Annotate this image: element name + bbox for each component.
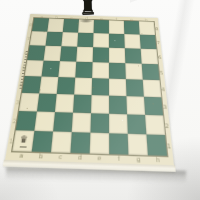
square-e4 <box>92 78 109 96</box>
square-h2 <box>145 115 165 135</box>
square-f3 <box>109 96 127 115</box>
black-rook-piece: ♜ <box>79 0 97 18</box>
square-b8 <box>47 18 64 32</box>
file-label-b: b <box>30 152 51 162</box>
file-label-a: a <box>34 14 49 18</box>
file-label-f: f <box>109 17 124 21</box>
vinyl-speckle-texture <box>30 14 31 15</box>
square-g8 <box>124 21 140 35</box>
square-e2 <box>90 113 109 133</box>
square-c5 <box>58 61 76 77</box>
square-d2 <box>72 113 91 133</box>
square-f5 <box>109 63 126 79</box>
square-c4 <box>57 77 76 94</box>
square-b3 <box>37 93 57 112</box>
square-f4 <box>109 79 126 97</box>
square-h5 <box>142 64 160 81</box>
square-g2 <box>127 114 146 134</box>
square-e6 <box>93 47 109 62</box>
square-g7 <box>124 34 140 49</box>
file-label-h: h <box>148 155 168 165</box>
square-d7 <box>77 33 93 48</box>
square-d4 <box>74 78 92 96</box>
square-f6 <box>109 48 125 63</box>
square-d3 <box>73 95 92 114</box>
square-d6 <box>76 47 93 62</box>
square-c6 <box>60 46 77 61</box>
square-b4 <box>39 77 58 94</box>
square-c7 <box>61 32 78 47</box>
file-label-b: b <box>49 15 64 19</box>
square-e5 <box>92 62 109 78</box>
square-h3 <box>144 97 163 116</box>
photo-of-chessboard: abcdefgh ♛ abcdefgh 87654321 87654321 ♜ <box>0 0 200 200</box>
file-label-g: g <box>124 17 139 21</box>
square-e8 <box>94 20 109 34</box>
file-label-f: f <box>109 154 129 164</box>
square-b7 <box>45 32 62 47</box>
file-label-e: e <box>89 153 109 163</box>
square-b2 <box>34 112 55 132</box>
square-g6 <box>125 48 142 64</box>
file-label-h: h <box>139 17 154 21</box>
square-h4 <box>143 80 162 98</box>
square-g5 <box>125 63 142 79</box>
square-d5 <box>75 62 92 78</box>
file-label-g: g <box>128 155 148 165</box>
square-b1 <box>32 131 53 152</box>
square-c3 <box>55 94 74 113</box>
square-f1 <box>109 133 128 154</box>
file-label-d: d <box>70 153 90 163</box>
square-h1 <box>146 134 167 156</box>
board-logo-text <box>19 146 26 147</box>
file-label-c: c <box>64 15 79 19</box>
file-label-c: c <box>50 152 70 162</box>
square-h8 <box>139 21 155 35</box>
square-e7 <box>93 33 109 48</box>
square-e3 <box>91 95 109 114</box>
board-border: ♛ <box>12 18 167 156</box>
file-label-a: a <box>11 151 32 161</box>
square-f8 <box>109 20 124 34</box>
square-g4 <box>126 79 144 97</box>
square-b5 <box>41 61 59 77</box>
square-d1 <box>70 132 90 153</box>
square-f2 <box>109 114 128 134</box>
chessboard-grid: ♛ <box>12 18 167 156</box>
square-g1 <box>128 134 148 156</box>
vinyl-chessboard: abcdefgh ♛ abcdefgh 87654321 87654321 <box>4 14 175 172</box>
square-c1 <box>51 131 72 152</box>
square-f7 <box>109 34 125 49</box>
square-h7 <box>140 35 157 50</box>
square-c2 <box>53 112 73 132</box>
square-h6 <box>141 49 158 65</box>
square-e1 <box>90 133 109 154</box>
square-b6 <box>44 46 62 61</box>
square-c8 <box>63 19 79 33</box>
square-g3 <box>126 96 145 115</box>
